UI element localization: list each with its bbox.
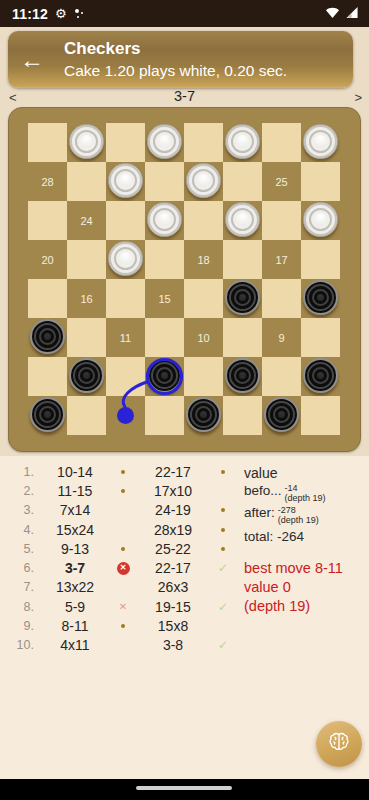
black-piece[interactable]: [30, 319, 65, 354]
white-move-mark: [210, 528, 236, 532]
black-move-mark: ✕: [110, 562, 136, 575]
board-square-light: [223, 396, 262, 435]
board-square-light: [145, 162, 184, 201]
white-move[interactable]: 25-22: [136, 541, 210, 557]
board-square-light: [301, 162, 340, 201]
board-square-12[interactable]: [28, 318, 67, 357]
value-after-label: after:: [244, 505, 275, 521]
move-number: 1.: [0, 465, 40, 479]
white-piece[interactable]: [147, 202, 182, 237]
black-move[interactable]: 5-9: [40, 599, 110, 615]
move-number: 5.: [0, 542, 40, 556]
black-move[interactable]: 13x22: [40, 579, 110, 595]
square-number: 17: [262, 240, 301, 279]
board-square-31[interactable]: [145, 123, 184, 162]
board-square-light: [67, 240, 106, 279]
square-number: 15: [145, 279, 184, 318]
board-square-25[interactable]: 25: [262, 162, 301, 201]
board-square-18[interactable]: 18: [184, 240, 223, 279]
black-move[interactable]: 11-15: [40, 483, 110, 499]
board-square-22[interactable]: [223, 201, 262, 240]
engine-think-button[interactable]: [316, 721, 362, 767]
move-number: 3.: [0, 503, 40, 517]
board-grid: 2825242018171615111093: [28, 123, 340, 435]
square-number: 3: [106, 396, 145, 435]
white-move[interactable]: 22-17: [136, 560, 210, 576]
white-move[interactable]: 26x3: [136, 579, 210, 595]
best-move-depth: (depth 19): [244, 597, 366, 616]
white-piece[interactable]: [225, 124, 260, 159]
white-piece[interactable]: [303, 202, 338, 237]
move-navigator: < 3-7 >: [0, 88, 369, 107]
notification-dots-icon: [74, 8, 86, 20]
white-piece[interactable]: [69, 124, 104, 159]
white-piece[interactable]: [108, 241, 143, 276]
square-number: 28: [28, 162, 67, 201]
white-piece[interactable]: [303, 124, 338, 159]
white-piece[interactable]: [108, 163, 143, 198]
square-number: 16: [67, 279, 106, 318]
square-number: 9: [262, 318, 301, 357]
board-square-light: [145, 240, 184, 279]
board-square-light: [301, 318, 340, 357]
move-number: 9.: [0, 619, 40, 633]
black-piece[interactable]: [30, 397, 65, 432]
square-number: 24: [67, 201, 106, 240]
engine-subtitle: Cake 1.20 plays white, 0.20 sec.: [64, 60, 287, 81]
board-square-10[interactable]: 10: [184, 318, 223, 357]
board-square-light: [106, 123, 145, 162]
black-piece[interactable]: [303, 358, 338, 393]
black-piece[interactable]: [225, 280, 260, 315]
move-number: 6.: [0, 561, 40, 575]
square-number: 18: [184, 240, 223, 279]
white-move-mark: [210, 508, 236, 512]
board-square-23[interactable]: [145, 201, 184, 240]
app-header: ← Checkers Cake 1.20 plays white, 0.20 s…: [8, 31, 353, 88]
brain-icon: [326, 730, 352, 759]
board-square-light: [28, 357, 67, 396]
checkers-board: 2825242018171615111093: [8, 107, 361, 452]
board-square-light: [184, 123, 223, 162]
white-move-mark: ✓: [210, 562, 236, 574]
board-square-4[interactable]: [28, 396, 67, 435]
black-move[interactable]: 3-7: [40, 560, 110, 576]
board-square-light: [184, 357, 223, 396]
value-after: -278: [278, 506, 319, 515]
board-square-light: [262, 357, 301, 396]
best-move-advice: best move 8-11 value 0 (depth 19): [244, 559, 366, 616]
move-row: 10.4x113-8✓: [0, 636, 369, 655]
move-number: 2.: [0, 484, 40, 498]
board-square-28[interactable]: 28: [28, 162, 67, 201]
board-square-light: [301, 240, 340, 279]
board-square-light: [145, 396, 184, 435]
page-title: Checkers: [64, 38, 287, 60]
home-indicator[interactable]: [136, 786, 232, 790]
wifi-icon: [325, 5, 340, 23]
value-after-depth: (depth 19): [278, 515, 319, 525]
board-square-light: [184, 201, 223, 240]
board-square-7[interactable]: [145, 357, 184, 396]
gear-icon: ⚙: [55, 7, 67, 20]
square-number: 25: [262, 162, 301, 201]
white-move[interactable]: 19-15: [136, 599, 210, 615]
white-piece[interactable]: [225, 202, 260, 237]
board-square-16[interactable]: 16: [67, 279, 106, 318]
board-square-24[interactable]: 24: [67, 201, 106, 240]
black-piece[interactable]: [225, 358, 260, 393]
board-square-light: [67, 396, 106, 435]
next-move-button[interactable]: >: [354, 90, 362, 105]
signal-icon: [345, 5, 359, 23]
value-before-label: befo...: [244, 483, 282, 499]
board-square-32[interactable]: [67, 123, 106, 162]
board-square-2[interactable]: [184, 396, 223, 435]
board-square-27[interactable]: [106, 162, 145, 201]
status-bar: 11:12 ⚙: [0, 0, 369, 27]
square-number: 20: [28, 240, 67, 279]
board-square-light: [106, 279, 145, 318]
board-square-5[interactable]: [301, 357, 340, 396]
board-square-11[interactable]: 11: [106, 318, 145, 357]
board-square-6[interactable]: [223, 357, 262, 396]
board-square-light: [67, 318, 106, 357]
board-square-19[interactable]: [106, 240, 145, 279]
black-move[interactable]: 10-14: [40, 464, 110, 480]
board-square-light: [145, 318, 184, 357]
board-square-light: [262, 201, 301, 240]
move-number: 7.: [0, 580, 40, 594]
white-move[interactable]: 28x19: [136, 522, 210, 538]
black-move-mark: [110, 470, 136, 474]
white-move-mark: ✓: [210, 601, 236, 613]
black-piece[interactable]: [186, 397, 221, 432]
white-move-mark: ✓: [210, 639, 236, 651]
square-number: 10: [184, 318, 223, 357]
black-move[interactable]: 8-11: [40, 618, 110, 634]
move-number: 10.: [0, 638, 40, 652]
value-before: -14: [285, 484, 326, 493]
board-square-light: [262, 279, 301, 318]
black-move[interactable]: 4x11: [40, 637, 110, 653]
white-move[interactable]: 17x10: [136, 483, 210, 499]
square-number: 11: [106, 318, 145, 357]
board-square-21[interactable]: [301, 201, 340, 240]
move-list-section: 1.10-1422-172.11-1517x103.7x1424-194.15x…: [0, 462, 369, 662]
analysis-panel: value befo... -14 (depth 19) after: -278…: [244, 465, 366, 616]
board-square-8[interactable]: [67, 357, 106, 396]
back-button[interactable]: ←: [8, 31, 56, 88]
board-square-light: [184, 279, 223, 318]
system-navigation-bar: [0, 779, 369, 800]
board-square-light: [301, 396, 340, 435]
black-move[interactable]: 9-13: [40, 541, 110, 557]
move-number: 8.: [0, 600, 40, 614]
board-square-light: [106, 201, 145, 240]
board-square-13[interactable]: [301, 279, 340, 318]
move-number: 4.: [0, 523, 40, 537]
board-square-15[interactable]: 15: [145, 279, 184, 318]
clock: 11:12: [12, 6, 48, 22]
move-row: 9.8-1115x8: [0, 616, 369, 635]
board-square-light: [28, 279, 67, 318]
board-square-29[interactable]: [301, 123, 340, 162]
best-move-value: value 0: [244, 578, 366, 597]
black-piece[interactable]: [69, 358, 104, 393]
board-square-light: [223, 240, 262, 279]
board-square-14[interactable]: [223, 279, 262, 318]
best-move: best move 8-11: [244, 559, 366, 578]
board-square-light: [28, 123, 67, 162]
board-square-20[interactable]: 20: [28, 240, 67, 279]
white-move[interactable]: 22-17: [136, 464, 210, 480]
board-square-light: [67, 162, 106, 201]
black-move-mark: [110, 624, 136, 628]
black-move-mark: [110, 489, 136, 493]
black-move[interactable]: 15x24: [40, 522, 110, 538]
black-piece[interactable]: [303, 280, 338, 315]
board-square-30[interactable]: [223, 123, 262, 162]
board-square-light: [106, 357, 145, 396]
board-square-light: [262, 123, 301, 162]
black-move-mark: [110, 547, 136, 551]
board-square-3[interactable]: 3: [106, 396, 145, 435]
black-move[interactable]: 7x14: [40, 502, 110, 518]
black-piece[interactable]: [147, 358, 182, 393]
value-total: total: -264: [244, 529, 366, 545]
value-title: value: [244, 465, 366, 481]
white-move[interactable]: 24-19: [136, 502, 210, 518]
board-square-26[interactable]: [184, 162, 223, 201]
value-before-depth: (depth 19): [285, 493, 326, 503]
board-square-light: [223, 162, 262, 201]
white-move[interactable]: 15x8: [136, 618, 210, 634]
board-square-17[interactable]: 17: [262, 240, 301, 279]
black-piece[interactable]: [264, 397, 299, 432]
board-square-light: [223, 318, 262, 357]
board-square-light: [28, 201, 67, 240]
white-piece[interactable]: [147, 124, 182, 159]
white-move[interactable]: 3-8: [136, 637, 210, 653]
board-square-1[interactable]: [262, 396, 301, 435]
white-move-mark: [210, 470, 236, 474]
white-piece[interactable]: [186, 163, 221, 198]
current-move-label: 3-7: [0, 88, 369, 104]
white-move-mark: [210, 547, 236, 551]
board-square-9[interactable]: 9: [262, 318, 301, 357]
black-move-mark: ✕: [110, 602, 136, 612]
